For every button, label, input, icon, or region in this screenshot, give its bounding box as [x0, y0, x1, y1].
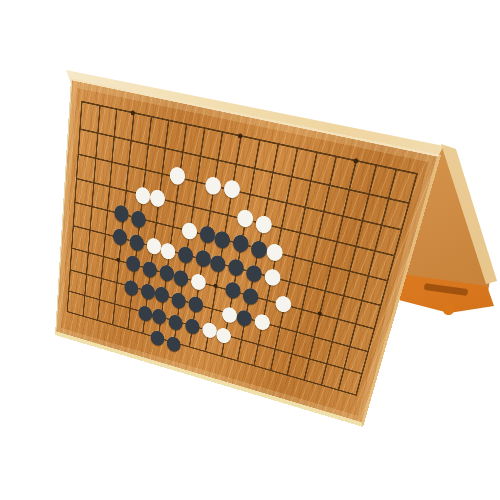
- white-stone: ●: [148, 184, 167, 210]
- black-stone: ●: [153, 281, 171, 305]
- black-stone: ●: [223, 276, 243, 300]
- latch-tab: [442, 304, 454, 315]
- black-stone: ●: [111, 223, 129, 247]
- white-stone: ●: [203, 171, 224, 197]
- black-stone: ●: [113, 199, 131, 224]
- star-point: [116, 257, 120, 262]
- black-stone: ●: [187, 291, 206, 315]
- go-board-front-panel: ●●●●●●●●●●●●●●●●●●●●●●●●●●●●●●●●●●●●●●●●…: [55, 78, 441, 427]
- black-stone: ●: [212, 225, 233, 250]
- white-stone: ●: [180, 217, 200, 242]
- black-stone: ●: [176, 241, 195, 266]
- product-photo-scene: ●●●●●●●●●●●●●●●●●●●●●●●●●●●●●●●●●●●●●●●●…: [0, 0, 500, 500]
- black-stone: ●: [124, 250, 142, 274]
- grid-cell: [338, 368, 361, 394]
- white-stone: ●: [168, 161, 188, 187]
- black-stone: ●: [123, 275, 141, 298]
- black-stone: ●: [165, 331, 183, 354]
- grid-cell: [68, 290, 84, 315]
- black-stone: ●: [208, 249, 228, 274]
- white-stone: ●: [214, 322, 234, 345]
- black-stone: ●: [149, 325, 167, 348]
- black-stone: ●: [183, 313, 202, 336]
- black-stone: ●: [129, 205, 147, 230]
- white-stone: ●: [222, 174, 243, 201]
- black-stone: ●: [170, 287, 189, 311]
